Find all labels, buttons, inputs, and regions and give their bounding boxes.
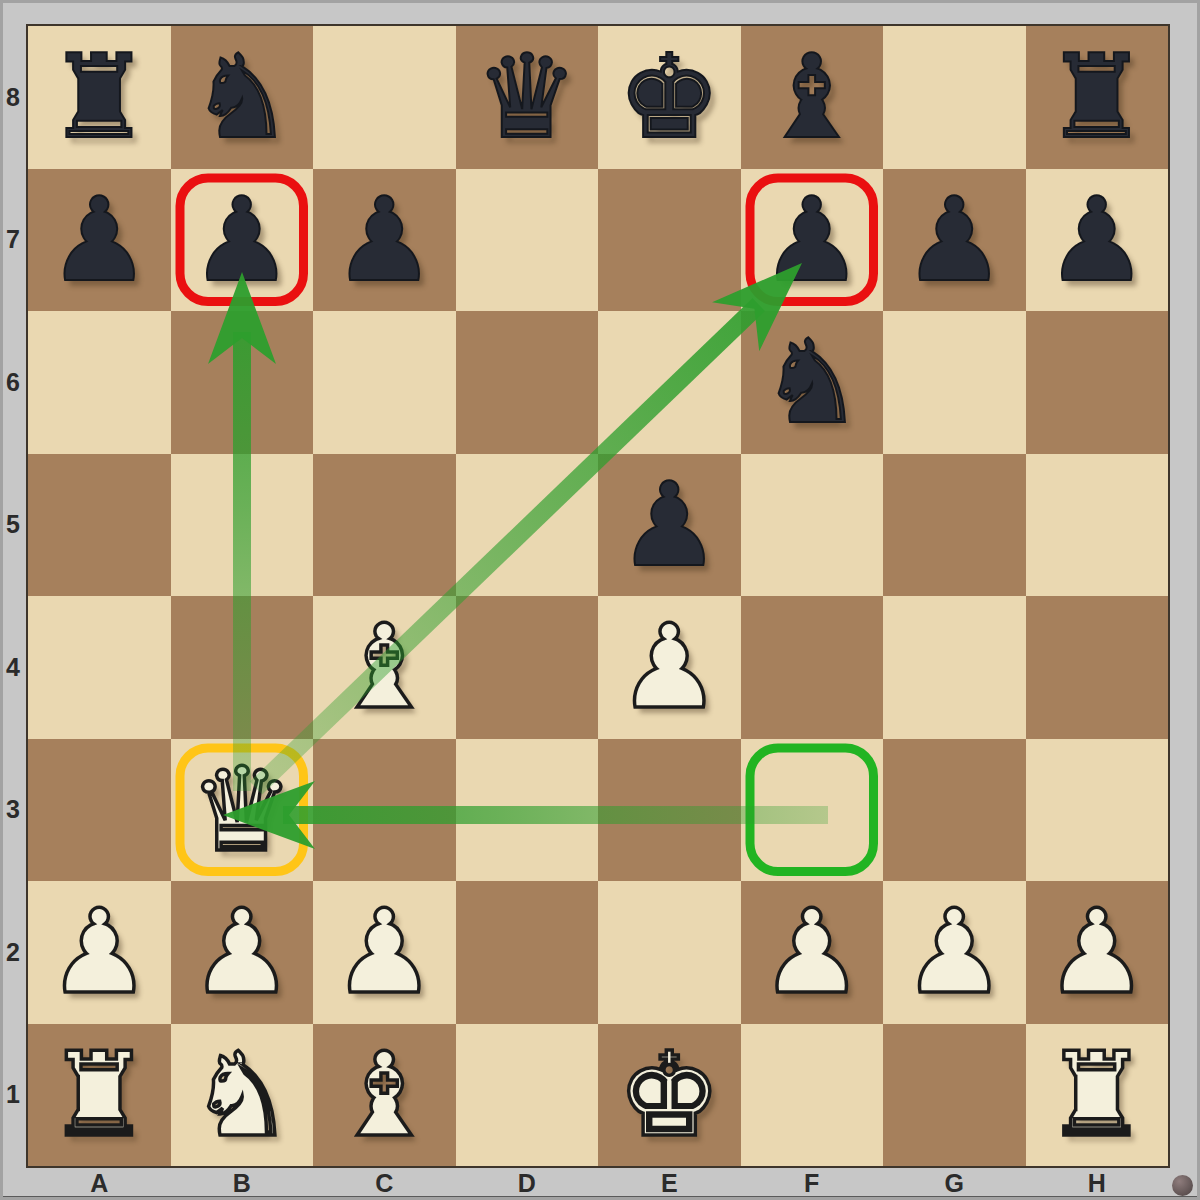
square-h4[interactable]: [1026, 596, 1169, 739]
square-f6[interactable]: ♞: [741, 311, 884, 454]
square-h5[interactable]: [1026, 454, 1169, 597]
file-label-c: C: [313, 1168, 456, 1198]
square-e8[interactable]: ♚: [598, 26, 741, 169]
rank-label-5: 5: [0, 454, 26, 597]
white-pawn[interactable]: ♟: [332, 894, 436, 1010]
file-label-h: H: [1026, 1168, 1169, 1198]
black-pawn[interactable]: ♟: [617, 467, 721, 583]
square-c6[interactable]: [313, 311, 456, 454]
square-a7[interactable]: ♟: [28, 169, 171, 312]
square-c5[interactable]: [313, 454, 456, 597]
file-labels: ABCDEFGH: [28, 1168, 1168, 1198]
square-h8[interactable]: ♜: [1026, 26, 1169, 169]
square-f5[interactable]: [741, 454, 884, 597]
file-label-e: E: [598, 1168, 741, 1198]
rank-label-6: 6: [0, 311, 26, 454]
square-d7[interactable]: [456, 169, 599, 312]
black-pawn[interactable]: ♟: [47, 182, 151, 298]
square-c1[interactable]: ♝: [313, 1024, 456, 1167]
square-c4[interactable]: ♝: [313, 596, 456, 739]
square-f2[interactable]: ♟: [741, 881, 884, 1024]
square-f8[interactable]: ♝: [741, 26, 884, 169]
black-pawn[interactable]: ♟: [760, 182, 864, 298]
black-pawn[interactable]: ♟: [1045, 182, 1149, 298]
square-a6[interactable]: [28, 311, 171, 454]
white-pawn[interactable]: ♟: [617, 609, 721, 725]
square-a1[interactable]: ♜: [28, 1024, 171, 1167]
square-c3[interactable]: [313, 739, 456, 882]
square-f3[interactable]: [741, 739, 884, 882]
white-bishop[interactable]: ♝: [332, 609, 436, 725]
file-label-b: B: [171, 1168, 314, 1198]
square-b5[interactable]: [171, 454, 314, 597]
black-king[interactable]: ♚: [617, 39, 721, 155]
rank-label-7: 7: [0, 169, 26, 312]
rank-label-8: 8: [0, 26, 26, 169]
square-g7[interactable]: ♟: [883, 169, 1026, 312]
square-c7[interactable]: ♟: [313, 169, 456, 312]
square-d3[interactable]: [456, 739, 599, 882]
white-pawn[interactable]: ♟: [47, 894, 151, 1010]
square-g1[interactable]: [883, 1024, 1026, 1167]
square-c2[interactable]: ♟: [313, 881, 456, 1024]
black-queen[interactable]: ♛: [475, 39, 579, 155]
rank-label-3: 3: [0, 739, 26, 882]
white-rook[interactable]: ♜: [47, 1037, 151, 1153]
square-b6[interactable]: [171, 311, 314, 454]
file-label-f: F: [741, 1168, 884, 1198]
black-pawn[interactable]: ♟: [902, 182, 1006, 298]
square-e3[interactable]: [598, 739, 741, 882]
square-b3[interactable]: ♛: [171, 739, 314, 882]
square-f7[interactable]: ♟: [741, 169, 884, 312]
white-king[interactable]: ♚: [617, 1037, 721, 1153]
square-a8[interactable]: ♜: [28, 26, 171, 169]
square-e2[interactable]: [598, 881, 741, 1024]
square-g4[interactable]: [883, 596, 1026, 739]
file-label-d: D: [456, 1168, 599, 1198]
white-bishop[interactable]: ♝: [332, 1037, 436, 1153]
square-h6[interactable]: [1026, 311, 1169, 454]
square-a5[interactable]: [28, 454, 171, 597]
corner-dot: [1172, 1175, 1193, 1196]
white-pawn[interactable]: ♟: [902, 894, 1006, 1010]
black-pawn[interactable]: ♟: [332, 182, 436, 298]
square-a4[interactable]: [28, 596, 171, 739]
black-rook[interactable]: ♜: [47, 39, 151, 155]
black-knight[interactable]: ♞: [760, 324, 864, 440]
square-d6[interactable]: [456, 311, 599, 454]
white-rook[interactable]: ♜: [1045, 1037, 1149, 1153]
square-b1[interactable]: ♞: [171, 1024, 314, 1167]
square-h1[interactable]: ♜: [1026, 1024, 1169, 1167]
square-e5[interactable]: ♟: [598, 454, 741, 597]
square-b2[interactable]: ♟: [171, 881, 314, 1024]
black-knight[interactable]: ♞: [190, 39, 294, 155]
square-d2[interactable]: [456, 881, 599, 1024]
rank-label-2: 2: [0, 881, 26, 1024]
square-e7[interactable]: [598, 169, 741, 312]
white-knight[interactable]: ♞: [190, 1037, 294, 1153]
square-e1[interactable]: ♚: [598, 1024, 741, 1167]
chess-diagram: 87654321 ♜♞♛♚♝♜♟♟♟♟♟♟♞♟♝♟♛♟♟♟♟♟♟♜♞♝♚♜ AB…: [0, 0, 1200, 1200]
square-d4[interactable]: [456, 596, 599, 739]
square-b7[interactable]: ♟: [171, 169, 314, 312]
file-label-g: G: [883, 1168, 1026, 1198]
square-g5[interactable]: [883, 454, 1026, 597]
square-a2[interactable]: ♟: [28, 881, 171, 1024]
black-pawn[interactable]: ♟: [190, 182, 294, 298]
white-queen[interactable]: ♛: [190, 752, 294, 868]
square-d1[interactable]: [456, 1024, 599, 1167]
square-e4[interactable]: ♟: [598, 596, 741, 739]
white-pawn[interactable]: ♟: [760, 894, 864, 1010]
square-b8[interactable]: ♞: [171, 26, 314, 169]
square-f4[interactable]: [741, 596, 884, 739]
board[interactable]: ♜♞♛♚♝♜♟♟♟♟♟♟♞♟♝♟♛♟♟♟♟♟♟♜♞♝♚♜: [26, 24, 1170, 1168]
black-rook[interactable]: ♜: [1045, 39, 1149, 155]
square-g6[interactable]: [883, 311, 1026, 454]
square-g2[interactable]: ♟: [883, 881, 1026, 1024]
square-e6[interactable]: [598, 311, 741, 454]
square-c8[interactable]: [313, 26, 456, 169]
square-h7[interactable]: ♟: [1026, 169, 1169, 312]
white-pawn[interactable]: ♟: [190, 894, 294, 1010]
square-a3[interactable]: [28, 739, 171, 882]
square-b4[interactable]: [171, 596, 314, 739]
rank-labels: 87654321: [0, 26, 26, 1166]
square-d5[interactable]: [456, 454, 599, 597]
square-h2[interactable]: ♟: [1026, 881, 1169, 1024]
rank-label-1: 1: [0, 1024, 26, 1167]
square-f1[interactable]: [741, 1024, 884, 1167]
black-bishop[interactable]: ♝: [760, 39, 864, 155]
square-g3[interactable]: [883, 739, 1026, 882]
file-label-a: A: [28, 1168, 171, 1198]
rank-label-4: 4: [0, 596, 26, 739]
square-d8[interactable]: ♛: [456, 26, 599, 169]
square-g8[interactable]: [883, 26, 1026, 169]
square-h3[interactable]: [1026, 739, 1169, 882]
white-pawn[interactable]: ♟: [1045, 894, 1149, 1010]
